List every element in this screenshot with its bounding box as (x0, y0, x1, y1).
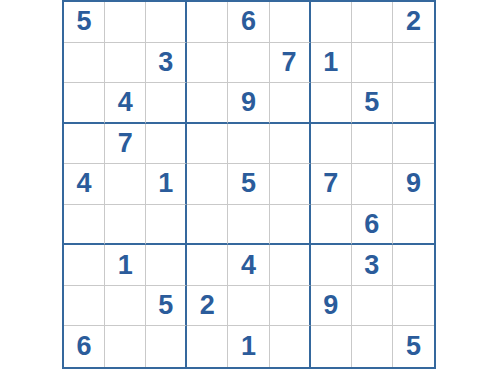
cell-r3c9[interactable] (393, 83, 434, 124)
cell-r6c8[interactable]: 6 (352, 205, 393, 246)
cell-r9c5[interactable]: 1 (228, 326, 269, 367)
cell-r4c5[interactable] (228, 124, 269, 165)
given-digit: 5 (364, 89, 379, 116)
cell-r5c8[interactable] (352, 164, 393, 205)
cell-r4c7[interactable] (311, 124, 352, 165)
cell-r1c6[interactable] (270, 2, 311, 43)
given-digit: 6 (241, 8, 256, 35)
cell-r1c3[interactable] (146, 2, 187, 43)
cell-r8c9[interactable] (393, 286, 434, 327)
given-digit: 7 (323, 170, 338, 197)
given-digit: 6 (364, 211, 379, 238)
cell-r4c4[interactable] (187, 124, 228, 165)
cell-r2c1[interactable] (64, 43, 105, 84)
cell-r5c9[interactable]: 9 (393, 164, 434, 205)
cell-r4c2[interactable]: 7 (105, 124, 146, 165)
cell-r3c6[interactable] (270, 83, 311, 124)
given-digit: 4 (118, 89, 133, 116)
given-digit: 5 (158, 292, 173, 319)
given-digit: 2 (406, 8, 421, 35)
cell-r8c4[interactable]: 2 (187, 286, 228, 327)
cell-r4c9[interactable] (393, 124, 434, 165)
given-digit: 7 (118, 130, 133, 157)
cell-r3c2[interactable]: 4 (105, 83, 146, 124)
cell-r1c1[interactable]: 5 (64, 2, 105, 43)
given-digit: 4 (241, 252, 256, 279)
cell-r7c2[interactable]: 1 (105, 245, 146, 286)
cell-r4c3[interactable] (146, 124, 187, 165)
cell-r9c1[interactable]: 6 (64, 326, 105, 367)
given-digit: 2 (200, 292, 215, 319)
cell-r5c2[interactable] (105, 164, 146, 205)
cell-r3c5[interactable]: 9 (228, 83, 269, 124)
cell-r1c5[interactable]: 6 (228, 2, 269, 43)
cell-r9c6[interactable] (270, 326, 311, 367)
cell-r9c8[interactable] (352, 326, 393, 367)
cell-r7c1[interactable] (64, 245, 105, 286)
cell-r8c1[interactable] (64, 286, 105, 327)
cell-r1c8[interactable] (352, 2, 393, 43)
cell-r4c8[interactable] (352, 124, 393, 165)
cell-r1c2[interactable] (105, 2, 146, 43)
cell-r3c8[interactable]: 5 (352, 83, 393, 124)
given-digit: 7 (282, 49, 297, 76)
page: 5623714957415796143529615 (0, 0, 500, 375)
given-digit: 3 (364, 252, 379, 279)
cell-r6c7[interactable] (311, 205, 352, 246)
given-digit: 5 (406, 333, 421, 360)
cell-r7c3[interactable] (146, 245, 187, 286)
cell-r2c8[interactable] (352, 43, 393, 84)
cell-r7c7[interactable] (311, 245, 352, 286)
given-digit: 6 (77, 333, 92, 360)
cell-r6c2[interactable] (105, 205, 146, 246)
cell-r2c5[interactable] (228, 43, 269, 84)
cell-r5c3[interactable]: 1 (146, 164, 187, 205)
cell-r6c3[interactable] (146, 205, 187, 246)
given-digit: 1 (118, 252, 133, 279)
cell-r9c4[interactable] (187, 326, 228, 367)
given-digit: 5 (241, 170, 256, 197)
cell-r8c2[interactable] (105, 286, 146, 327)
cell-r1c7[interactable] (311, 2, 352, 43)
cell-r3c4[interactable] (187, 83, 228, 124)
cell-r6c5[interactable] (228, 205, 269, 246)
cell-r9c3[interactable] (146, 326, 187, 367)
cell-r8c7[interactable]: 9 (311, 286, 352, 327)
cell-r8c8[interactable] (352, 286, 393, 327)
cell-r8c3[interactable]: 5 (146, 286, 187, 327)
cell-r2c9[interactable] (393, 43, 434, 84)
cell-r1c4[interactable] (187, 2, 228, 43)
given-digit: 9 (406, 170, 421, 197)
given-digit: 3 (158, 49, 173, 76)
cell-r5c1[interactable]: 4 (64, 164, 105, 205)
given-digit: 1 (158, 170, 173, 197)
cell-r2c6[interactable]: 7 (270, 43, 311, 84)
given-digit: 9 (241, 89, 256, 116)
cell-r7c5[interactable]: 4 (228, 245, 269, 286)
cell-r5c5[interactable]: 5 (228, 164, 269, 205)
cell-r6c4[interactable] (187, 205, 228, 246)
cell-r8c5[interactable] (228, 286, 269, 327)
cell-r7c8[interactable]: 3 (352, 245, 393, 286)
cell-r7c4[interactable] (187, 245, 228, 286)
cell-r8c6[interactable] (270, 286, 311, 327)
cell-r6c6[interactable] (270, 205, 311, 246)
cell-r7c6[interactable] (270, 245, 311, 286)
given-digit: 1 (241, 333, 256, 360)
cell-r2c2[interactable] (105, 43, 146, 84)
cell-r5c7[interactable]: 7 (311, 164, 352, 205)
cell-r9c9[interactable]: 5 (393, 326, 434, 367)
cell-r5c6[interactable] (270, 164, 311, 205)
given-digit: 4 (77, 170, 92, 197)
cell-r6c1[interactable] (64, 205, 105, 246)
given-digit: 5 (77, 8, 92, 35)
cell-r3c1[interactable] (64, 83, 105, 124)
cell-r1c9[interactable]: 2 (393, 2, 434, 43)
cell-r3c3[interactable] (146, 83, 187, 124)
cell-r2c4[interactable] (187, 43, 228, 84)
given-digit: 1 (323, 49, 338, 76)
cell-r7c9[interactable] (393, 245, 434, 286)
cell-r9c7[interactable] (311, 326, 352, 367)
given-digit: 9 (323, 292, 338, 319)
sudoku-board: 5623714957415796143529615 (62, 0, 436, 369)
cell-r4c1[interactable] (64, 124, 105, 165)
cell-r4c6[interactable] (270, 124, 311, 165)
cell-r6c9[interactable] (393, 205, 434, 246)
cell-r3c7[interactable] (311, 83, 352, 124)
cell-r5c4[interactable] (187, 164, 228, 205)
cell-r9c2[interactable] (105, 326, 146, 367)
cell-r2c3[interactable]: 3 (146, 43, 187, 84)
cell-r2c7[interactable]: 1 (311, 43, 352, 84)
